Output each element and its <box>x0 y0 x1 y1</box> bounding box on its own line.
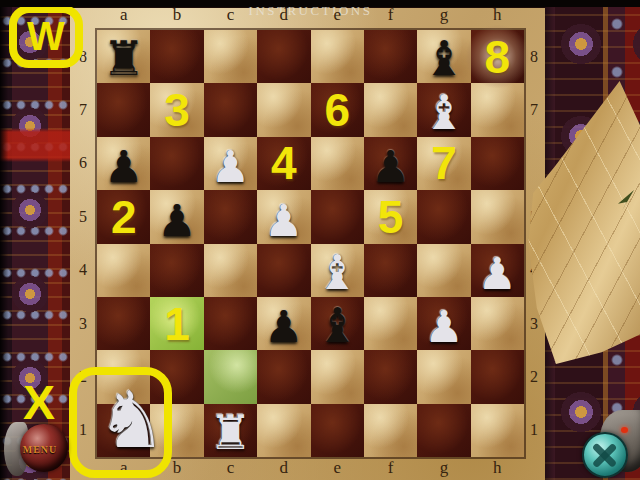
rank-label-7: 7 <box>70 83 96 136</box>
file-label-h: h <box>471 5 524 27</box>
square-f6[interactable]: ♟ <box>364 137 417 190</box>
file-label-a: a <box>97 5 150 27</box>
menu-button[interactable]: MENU <box>4 418 76 480</box>
square-f2[interactable] <box>364 350 417 403</box>
square-e6[interactable] <box>311 137 364 190</box>
rank-label-7: 7 <box>521 83 547 136</box>
white-to-move-callout: W <box>9 5 83 68</box>
square-g2[interactable] <box>417 350 470 403</box>
rank-label-2: 2 <box>521 350 547 403</box>
file-labels-top: abcdefgh <box>97 5 524 27</box>
square-g6[interactable]: 7 <box>417 137 470 190</box>
step-marker-4-d6: 4 <box>257 137 310 190</box>
square-a8[interactable]: ♜ <box>97 30 150 83</box>
square-c6[interactable]: ♟ <box>204 137 257 190</box>
black-pawn-a6[interactable]: ♟ <box>97 145 150 189</box>
black-rook-a8[interactable]: ♜ <box>97 34 150 82</box>
square-g1[interactable] <box>417 404 470 457</box>
square-c4[interactable] <box>204 244 257 297</box>
file-label-d: d <box>257 458 310 480</box>
white-bishop-g7[interactable]: ♝ <box>417 88 470 136</box>
file-label-f: f <box>364 458 417 480</box>
menu-button-label: MENU <box>4 444 76 455</box>
square-c7[interactable] <box>204 83 257 136</box>
step-marker-2-a5: 2 <box>97 190 150 243</box>
square-b4[interactable] <box>150 244 203 297</box>
square-d5[interactable]: ♟ <box>257 190 310 243</box>
square-e8[interactable] <box>311 30 364 83</box>
rank-label-6: 6 <box>70 137 96 190</box>
black-pawn-b5[interactable]: ♟ <box>150 199 203 243</box>
square-e7[interactable]: 6 <box>311 83 364 136</box>
rank-label-3: 3 <box>70 297 96 350</box>
step-marker-6-e7: 6 <box>311 83 364 136</box>
hint-gem-icon <box>582 432 628 478</box>
square-c8[interactable] <box>204 30 257 83</box>
square-b7[interactable]: 3 <box>150 83 203 136</box>
square-g7[interactable]: ♝ <box>417 83 470 136</box>
square-c5[interactable] <box>204 190 257 243</box>
white-pawn-d5[interactable]: ♟ <box>257 199 310 243</box>
square-c2[interactable] <box>204 350 257 403</box>
square-c3[interactable] <box>204 297 257 350</box>
square-e3[interactable]: ♝ <box>311 297 364 350</box>
file-label-e: e <box>311 458 364 480</box>
black-pawn-f6[interactable]: ♟ <box>364 145 417 189</box>
square-e4[interactable]: ♝ <box>311 244 364 297</box>
rank-label-8: 8 <box>521 30 547 83</box>
black-pawn-d3[interactable]: ♟ <box>257 305 310 349</box>
file-label-g: g <box>417 458 470 480</box>
top-black-bar <box>0 0 640 7</box>
square-f1[interactable] <box>364 404 417 457</box>
white-pawn-h4[interactable]: ♟ <box>471 252 524 296</box>
step-marker-8-h8: 8 <box>471 30 524 83</box>
step-marker-1-b3: 1 <box>150 297 203 350</box>
square-d7[interactable] <box>257 83 310 136</box>
file-label-e: e <box>311 5 364 27</box>
square-d8[interactable] <box>257 30 310 83</box>
square-b6[interactable] <box>150 137 203 190</box>
square-c1[interactable]: ♜ <box>204 404 257 457</box>
step-marker-7-g6: 7 <box>417 137 470 190</box>
square-a3[interactable] <box>97 297 150 350</box>
square-d3[interactable]: ♟ <box>257 297 310 350</box>
square-d1[interactable] <box>257 404 310 457</box>
square-f3[interactable] <box>364 297 417 350</box>
file-label-c: c <box>204 458 257 480</box>
square-e1[interactable] <box>311 404 364 457</box>
square-f4[interactable] <box>364 244 417 297</box>
file-label-h: h <box>471 458 524 480</box>
square-d6[interactable]: 4 <box>257 137 310 190</box>
square-g8[interactable]: ♝ <box>417 30 470 83</box>
square-h2[interactable] <box>471 350 524 403</box>
game-screen: INSTRUCTIONS abcdefgh abcdefgh 87654321 … <box>0 0 640 480</box>
square-h7[interactable] <box>471 83 524 136</box>
file-label-g: g <box>417 5 470 27</box>
square-h5[interactable] <box>471 190 524 243</box>
square-h1[interactable] <box>471 404 524 457</box>
white-rook-c1[interactable]: ♜ <box>204 408 257 456</box>
square-f5[interactable]: 5 <box>364 190 417 243</box>
rank-label-1: 1 <box>521 404 547 457</box>
square-b8[interactable] <box>150 30 203 83</box>
rank-label-4: 4 <box>70 244 96 297</box>
arrow-mark-icon <box>618 190 634 212</box>
square-a4[interactable] <box>97 244 150 297</box>
black-bishop-g8[interactable]: ♝ <box>417 34 470 82</box>
square-f7[interactable] <box>364 83 417 136</box>
white-bishop-e4[interactable]: ♝ <box>311 248 364 296</box>
square-h8[interactable]: 8 <box>471 30 524 83</box>
square-h6[interactable] <box>471 137 524 190</box>
file-label-d: d <box>257 5 310 27</box>
square-g5[interactable] <box>417 190 470 243</box>
dragon-eye-icon <box>621 427 628 433</box>
square-f8[interactable] <box>364 30 417 83</box>
square-e2[interactable] <box>311 350 364 403</box>
square-b5[interactable]: ♟ <box>150 190 203 243</box>
white-pawn-g3[interactable]: ♟ <box>417 305 470 349</box>
black-bishop-e3[interactable]: ♝ <box>311 301 364 349</box>
square-h3[interactable] <box>471 297 524 350</box>
file-label-c: c <box>204 5 257 27</box>
hint-button[interactable] <box>578 410 640 480</box>
square-a6[interactable]: ♟ <box>97 137 150 190</box>
white-pawn-c6[interactable]: ♟ <box>204 145 257 189</box>
file-label-f: f <box>364 5 417 27</box>
square-a5[interactable]: 2 <box>97 190 150 243</box>
square-a7[interactable] <box>97 83 150 136</box>
square-g3[interactable]: ♟ <box>417 297 470 350</box>
square-d4[interactable] <box>257 244 310 297</box>
square-h4[interactable]: ♟ <box>471 244 524 297</box>
file-label-b: b <box>150 5 203 27</box>
square-g4[interactable] <box>417 244 470 297</box>
square-e5[interactable] <box>311 190 364 243</box>
square-d2[interactable] <box>257 350 310 403</box>
step-marker-5-f5: 5 <box>364 190 417 243</box>
square-b3[interactable]: 1 <box>150 297 203 350</box>
rank-label-5: 5 <box>70 190 96 243</box>
step-marker-3-b7: 3 <box>150 83 203 136</box>
knight-square-callout-box <box>69 367 172 478</box>
